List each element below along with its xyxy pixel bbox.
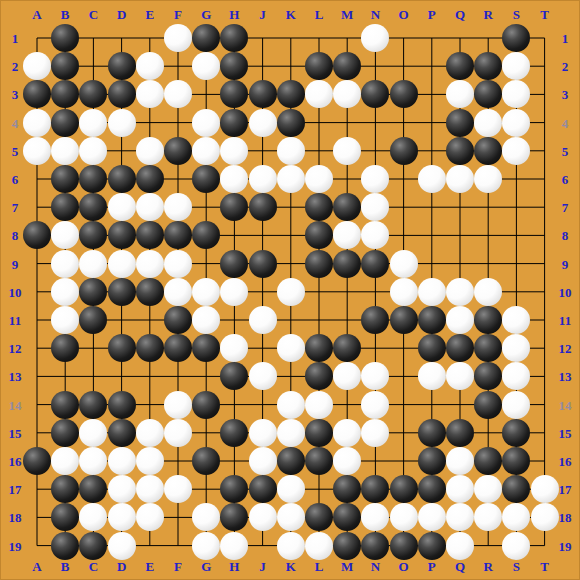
black-stone-P17[interactable] [418,475,446,503]
row-label-left-13: 13 [9,370,22,383]
white-stone-Q16[interactable] [446,447,474,475]
black-stone-Q2[interactable] [446,52,474,80]
col-label-bottom-N: N [371,560,380,573]
black-stone-C19[interactable] [79,532,107,560]
black-stone-G6[interactable] [192,165,220,193]
black-stone-J17[interactable] [249,475,277,503]
white-stone-H5[interactable] [220,137,248,165]
black-stone-L15[interactable] [305,419,333,447]
black-stone-Q5[interactable] [446,137,474,165]
white-stone-Q17[interactable] [446,475,474,503]
white-stone-E17[interactable] [136,475,164,503]
white-stone-F15[interactable] [164,419,192,447]
white-stone-R10[interactable] [474,278,502,306]
white-stone-G11[interactable] [192,306,220,334]
col-label-top-M: M [341,8,353,21]
white-stone-E18[interactable] [136,503,164,531]
white-stone-P13[interactable] [418,362,446,390]
col-label-top-J: J [259,8,266,21]
white-stone-Q10[interactable] [446,278,474,306]
row-label-left-8: 8 [12,229,19,242]
row-label-left-12: 12 [9,342,22,355]
black-stone-Q12[interactable] [446,334,474,362]
white-stone-S4[interactable] [502,109,530,137]
col-label-top-A: A [32,8,41,21]
white-stone-C5[interactable] [79,137,107,165]
col-label-top-G: G [201,8,211,21]
white-stone-C15[interactable] [79,419,107,447]
row-label-left-11: 11 [9,314,21,327]
white-stone-E16[interactable] [136,447,164,475]
row-label-left-17: 17 [9,483,22,496]
white-stone-D18[interactable] [108,503,136,531]
row-label-right-13: 13 [559,370,572,383]
white-stone-L14[interactable] [305,391,333,419]
row-label-left-5: 5 [12,144,19,157]
black-stone-E10[interactable] [136,278,164,306]
black-stone-N9[interactable] [361,250,389,278]
white-stone-E2[interactable] [136,52,164,80]
row-label-right-9: 9 [562,257,569,270]
white-stone-E5[interactable] [136,137,164,165]
white-stone-J13[interactable] [249,362,277,390]
col-label-top-B: B [61,8,70,21]
white-stone-D7[interactable] [108,193,136,221]
white-stone-E15[interactable] [136,419,164,447]
black-stone-B15[interactable] [51,419,79,447]
white-stone-F14[interactable] [164,391,192,419]
white-stone-K17[interactable] [277,475,305,503]
row-label-right-14: 14 [559,398,572,411]
black-stone-H9[interactable] [220,250,248,278]
black-stone-G1[interactable] [192,24,220,52]
row-label-left-18: 18 [9,511,22,524]
white-stone-E9[interactable] [136,250,164,278]
col-label-bottom-S: S [513,560,520,573]
row-label-right-19: 19 [559,539,572,552]
row-label-left-1: 1 [12,32,19,45]
col-label-bottom-D: D [117,560,126,573]
white-stone-R4[interactable] [474,109,502,137]
white-stone-K15[interactable] [277,419,305,447]
white-stone-J11[interactable] [249,306,277,334]
white-stone-K12[interactable] [277,334,305,362]
black-stone-D8[interactable] [108,221,136,249]
black-stone-O11[interactable] [390,306,418,334]
white-stone-H10[interactable] [220,278,248,306]
white-stone-B11[interactable] [51,306,79,334]
black-stone-P16[interactable] [418,447,446,475]
col-label-bottom-Q: Q [455,560,465,573]
black-stone-F12[interactable] [164,334,192,362]
row-label-right-18: 18 [559,511,572,524]
white-stone-T18[interactable] [531,503,559,531]
white-stone-O18[interactable] [390,503,418,531]
black-stone-L2[interactable] [305,52,333,80]
white-stone-M15[interactable] [333,419,361,447]
white-stone-Q6[interactable] [446,165,474,193]
white-stone-K10[interactable] [277,278,305,306]
white-stone-B5[interactable] [51,137,79,165]
black-stone-D3[interactable] [108,80,136,108]
black-stone-D6[interactable] [108,165,136,193]
black-stone-G16[interactable] [192,447,220,475]
row-label-right-16: 16 [559,455,572,468]
black-stone-Q15[interactable] [446,419,474,447]
white-stone-K6[interactable] [277,165,305,193]
row-label-left-14: 14 [9,398,22,411]
white-stone-J18[interactable] [249,503,277,531]
white-stone-K18[interactable] [277,503,305,531]
white-stone-M5[interactable] [333,137,361,165]
white-stone-A4[interactable] [23,109,51,137]
black-stone-C10[interactable] [79,278,107,306]
white-stone-D16[interactable] [108,447,136,475]
white-stone-A5[interactable] [23,137,51,165]
black-stone-E12[interactable] [136,334,164,362]
col-label-top-Q: Q [455,8,465,21]
black-stone-O5[interactable] [390,137,418,165]
black-stone-D2[interactable] [108,52,136,80]
row-label-left-4: 4 [12,116,19,129]
white-stone-P10[interactable] [418,278,446,306]
col-label-bottom-E: E [145,560,154,573]
black-stone-O19[interactable] [390,532,418,560]
white-stone-O9[interactable] [390,250,418,278]
black-stone-P19[interactable] [418,532,446,560]
col-label-bottom-K: K [286,560,296,573]
black-stone-D14[interactable] [108,391,136,419]
black-stone-R11[interactable] [474,306,502,334]
row-label-left-3: 3 [12,88,19,101]
col-label-top-C: C [89,8,98,21]
black-stone-F5[interactable] [164,137,192,165]
col-label-bottom-G: G [201,560,211,573]
white-stone-Q11[interactable] [446,306,474,334]
white-stone-H19[interactable] [220,532,248,560]
black-stone-B19[interactable] [51,532,79,560]
white-stone-T17[interactable] [531,475,559,503]
white-stone-C9[interactable] [79,250,107,278]
black-stone-L7[interactable] [305,193,333,221]
black-stone-E6[interactable] [136,165,164,193]
black-stone-B4[interactable] [51,109,79,137]
white-stone-J4[interactable] [249,109,277,137]
black-stone-J9[interactable] [249,250,277,278]
black-stone-L12[interactable] [305,334,333,362]
black-stone-S15[interactable] [502,419,530,447]
white-stone-F10[interactable] [164,278,192,306]
row-label-right-2: 2 [562,60,569,73]
white-stone-E7[interactable] [136,193,164,221]
black-stone-B6[interactable] [51,165,79,193]
black-stone-P12[interactable] [418,334,446,362]
white-stone-G19[interactable] [192,532,220,560]
col-label-top-E: E [145,8,154,21]
row-label-right-15: 15 [559,426,572,439]
white-stone-E3[interactable] [136,80,164,108]
col-label-bottom-P: P [428,560,436,573]
white-stone-O10[interactable] [390,278,418,306]
white-stone-G5[interactable] [192,137,220,165]
black-stone-R14[interactable] [474,391,502,419]
black-stone-K4[interactable] [277,109,305,137]
black-stone-D10[interactable] [108,278,136,306]
white-stone-B16[interactable] [51,447,79,475]
white-stone-D17[interactable] [108,475,136,503]
col-label-bottom-F: F [174,560,182,573]
col-label-bottom-C: C [89,560,98,573]
row-label-left-7: 7 [12,201,19,214]
row-label-right-7: 7 [562,201,569,214]
black-stone-B1[interactable] [51,24,79,52]
row-label-right-3: 3 [562,88,569,101]
black-stone-N19[interactable] [361,532,389,560]
col-label-top-O: O [399,8,409,21]
white-stone-F9[interactable] [164,250,192,278]
black-stone-R5[interactable] [474,137,502,165]
white-stone-S14[interactable] [502,391,530,419]
col-label-top-P: P [428,8,436,21]
white-stone-S19[interactable] [502,532,530,560]
col-label-bottom-O: O [399,560,409,573]
black-stone-A16[interactable] [23,447,51,475]
black-stone-Q4[interactable] [446,109,474,137]
row-label-left-2: 2 [12,60,19,73]
black-stone-P11[interactable] [418,306,446,334]
white-stone-G10[interactable] [192,278,220,306]
black-stone-L16[interactable] [305,447,333,475]
col-label-top-N: N [371,8,380,21]
white-stone-S5[interactable] [502,137,530,165]
white-stone-K14[interactable] [277,391,305,419]
white-stone-J6[interactable] [249,165,277,193]
go-board: AABBCCDDEEFFGGHHJJKKLLMMNNOOPPQQRRSSTT11… [0,0,580,580]
white-stone-Q19[interactable] [446,532,474,560]
white-stone-A2[interactable] [23,52,51,80]
row-label-right-4: 4 [562,116,569,129]
white-stone-L19[interactable] [305,532,333,560]
white-stone-G4[interactable] [192,109,220,137]
black-stone-O17[interactable] [390,475,418,503]
col-label-bottom-J: J [259,560,266,573]
black-stone-L9[interactable] [305,250,333,278]
white-stone-F17[interactable] [164,475,192,503]
row-label-right-12: 12 [559,342,572,355]
row-label-left-16: 16 [9,455,22,468]
white-stone-J15[interactable] [249,419,277,447]
row-label-right-6: 6 [562,173,569,186]
black-stone-F11[interactable] [164,306,192,334]
black-stone-M9[interactable] [333,250,361,278]
black-stone-B14[interactable] [51,391,79,419]
row-label-left-10: 10 [9,285,22,298]
black-stone-C14[interactable] [79,391,107,419]
black-stone-J3[interactable] [249,80,277,108]
row-label-right-8: 8 [562,229,569,242]
white-stone-F7[interactable] [164,193,192,221]
black-stone-G14[interactable] [192,391,220,419]
row-label-left-9: 9 [12,257,19,270]
black-stone-K16[interactable] [277,447,305,475]
col-label-top-R: R [483,8,492,21]
white-stone-B10[interactable] [51,278,79,306]
black-stone-P15[interactable] [418,419,446,447]
black-stone-J7[interactable] [249,193,277,221]
white-stone-K19[interactable] [277,532,305,560]
col-label-bottom-R: R [483,560,492,573]
col-label-top-S: S [513,8,520,21]
white-stone-P18[interactable] [418,503,446,531]
white-stone-D9[interactable] [108,250,136,278]
black-stone-K3[interactable] [277,80,305,108]
white-stone-P6[interactable] [418,165,446,193]
white-stone-L6[interactable] [305,165,333,193]
black-stone-E8[interactable] [136,221,164,249]
white-stone-C4[interactable] [79,109,107,137]
white-stone-J16[interactable] [249,447,277,475]
black-stone-O3[interactable] [390,80,418,108]
col-label-top-D: D [117,8,126,21]
col-label-bottom-L: L [315,560,324,573]
col-label-bottom-T: T [540,560,549,573]
col-label-top-K: K [286,8,296,21]
white-stone-F1[interactable] [164,24,192,52]
row-label-right-1: 1 [562,32,569,45]
black-stone-D12[interactable] [108,334,136,362]
col-label-top-L: L [315,8,324,21]
row-label-left-19: 19 [9,539,22,552]
black-stone-D15[interactable] [108,419,136,447]
col-label-bottom-M: M [341,560,353,573]
row-label-right-11: 11 [559,314,571,327]
white-stone-D19[interactable] [108,532,136,560]
col-label-bottom-A: A [32,560,41,573]
black-stone-H4[interactable] [220,109,248,137]
white-stone-N14[interactable] [361,391,389,419]
row-label-left-15: 15 [9,426,22,439]
white-stone-B9[interactable] [51,250,79,278]
col-label-top-T: T [540,8,549,21]
white-stone-N15[interactable] [361,419,389,447]
black-stone-H15[interactable] [220,419,248,447]
black-stone-M19[interactable] [333,532,361,560]
col-label-bottom-H: H [229,560,239,573]
col-label-bottom-B: B [61,560,70,573]
col-label-top-F: F [174,8,182,21]
black-stone-R16[interactable] [474,447,502,475]
row-label-left-6: 6 [12,173,19,186]
col-label-top-H: H [229,8,239,21]
white-stone-D4[interactable] [108,109,136,137]
row-label-right-10: 10 [559,285,572,298]
row-label-right-17: 17 [559,483,572,496]
white-stone-K5[interactable] [277,137,305,165]
white-stone-M16[interactable] [333,447,361,475]
row-label-right-5: 5 [562,144,569,157]
white-stone-R6[interactable] [474,165,502,193]
